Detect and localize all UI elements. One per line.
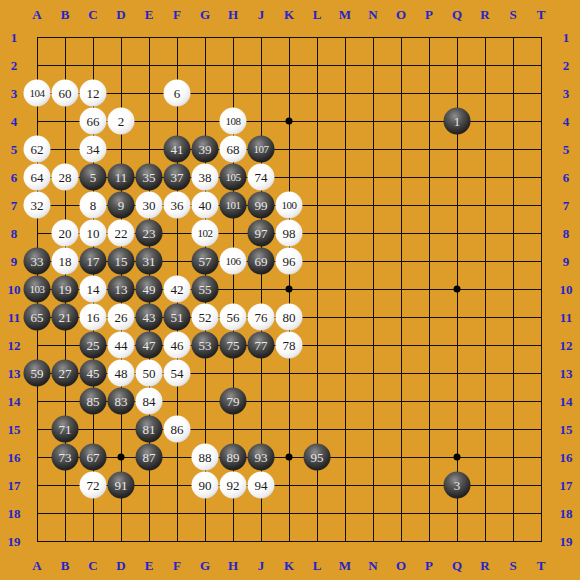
col-label-bottom-F: F — [173, 559, 181, 572]
star-point-K16 — [286, 454, 293, 461]
row-label-right-1: 1 — [563, 31, 570, 44]
stone-black-65-A11[interactable]: 65 — [24, 304, 51, 331]
stone-white-86-F15[interactable]: 86 — [164, 416, 191, 443]
col-label-top-C: C — [88, 8, 97, 21]
row-label-right-11: 11 — [560, 311, 572, 324]
stone-black-41-F5[interactable]: 41 — [164, 136, 191, 163]
stone-black-27-B13[interactable]: 27 — [52, 360, 79, 387]
row-label-right-18: 18 — [560, 507, 573, 520]
row-label-left-9: 9 — [11, 255, 18, 268]
stone-black-5-C6[interactable]: 5 — [80, 164, 107, 191]
stone-black-91-D17[interactable]: 91 — [108, 472, 135, 499]
row-label-left-11: 11 — [8, 311, 20, 324]
stone-white-64-A6[interactable]: 64 — [24, 164, 51, 191]
stone-white-32-A7[interactable]: 32 — [24, 192, 51, 219]
row-label-right-14: 14 — [560, 395, 573, 408]
stone-black-101-H7[interactable]: 101 — [220, 192, 247, 219]
stone-black-53-G12[interactable]: 53 — [192, 332, 219, 359]
stone-white-84-E14[interactable]: 84 — [136, 388, 163, 415]
row-label-right-6: 6 — [563, 171, 570, 184]
col-label-top-S: S — [509, 8, 516, 21]
col-label-top-O: O — [396, 8, 406, 21]
stone-black-107-J5[interactable]: 107 — [248, 136, 275, 163]
stone-black-13-D10[interactable]: 13 — [108, 276, 135, 303]
go-board[interactable]: AA11BB22CC33DD44EE55FF66GG77HH88JJ99KK10… — [0, 0, 580, 580]
col-label-top-N: N — [368, 8, 377, 21]
stone-black-55-G10[interactable]: 55 — [192, 276, 219, 303]
stone-black-21-B11[interactable]: 21 — [52, 304, 79, 331]
stone-white-36-F7[interactable]: 36 — [164, 192, 191, 219]
row-label-left-13: 13 — [8, 367, 21, 380]
col-label-bottom-J: J — [258, 559, 265, 572]
stone-black-89-H16[interactable]: 89 — [220, 444, 247, 471]
row-label-right-19: 19 — [560, 535, 573, 548]
col-label-bottom-G: G — [200, 559, 210, 572]
stone-black-37-F6[interactable]: 37 — [164, 164, 191, 191]
grid-line-vertical — [429, 37, 430, 542]
stone-black-83-D14[interactable]: 83 — [108, 388, 135, 415]
stone-white-90-G17[interactable]: 90 — [192, 472, 219, 499]
col-label-top-A: A — [32, 8, 41, 21]
stone-black-31-E9[interactable]: 31 — [136, 248, 163, 275]
stone-white-96-K9[interactable]: 96 — [276, 248, 303, 275]
row-label-left-5: 5 — [11, 143, 18, 156]
col-label-top-E: E — [145, 8, 154, 21]
stone-white-40-G7[interactable]: 40 — [192, 192, 219, 219]
star-point-K4 — [286, 118, 293, 125]
row-label-right-9: 9 — [563, 255, 570, 268]
stone-black-9-D7[interactable]: 9 — [108, 192, 135, 219]
star-point-Q16 — [454, 454, 461, 461]
stone-white-12-C3[interactable]: 12 — [80, 80, 107, 107]
col-label-top-H: H — [228, 8, 238, 21]
stone-black-15-D9[interactable]: 15 — [108, 248, 135, 275]
grid-line-vertical — [401, 37, 402, 542]
stone-black-39-G5[interactable]: 39 — [192, 136, 219, 163]
row-label-right-7: 7 — [563, 199, 570, 212]
stone-black-17-C9[interactable]: 17 — [80, 248, 107, 275]
stone-black-85-C14[interactable]: 85 — [80, 388, 107, 415]
stone-white-56-H11[interactable]: 56 — [220, 304, 247, 331]
col-label-top-M: M — [339, 8, 351, 21]
col-label-bottom-S: S — [509, 559, 516, 572]
row-label-left-17: 17 — [8, 479, 21, 492]
stone-black-69-J9[interactable]: 69 — [248, 248, 275, 275]
stone-black-33-A9[interactable]: 33 — [24, 248, 51, 275]
row-label-left-4: 4 — [11, 115, 18, 128]
row-label-left-16: 16 — [8, 451, 21, 464]
stone-white-100-K7[interactable]: 100 — [276, 192, 303, 219]
stone-black-73-B16[interactable]: 73 — [52, 444, 79, 471]
stone-white-26-D11[interactable]: 26 — [108, 304, 135, 331]
stone-white-92-H17[interactable]: 92 — [220, 472, 247, 499]
col-label-bottom-R: R — [480, 559, 489, 572]
stone-white-38-G6[interactable]: 38 — [192, 164, 219, 191]
row-label-left-2: 2 — [11, 59, 18, 72]
row-label-right-3: 3 — [563, 87, 570, 100]
stone-black-3-Q17[interactable]: 3 — [444, 472, 471, 499]
col-label-top-P: P — [425, 8, 433, 21]
grid-line-horizontal — [37, 513, 542, 514]
col-label-bottom-A: A — [32, 559, 41, 572]
stone-black-49-E10[interactable]: 49 — [136, 276, 163, 303]
stone-black-95-L16[interactable]: 95 — [304, 444, 331, 471]
stone-white-68-H5[interactable]: 68 — [220, 136, 247, 163]
stone-black-45-C13[interactable]: 45 — [80, 360, 107, 387]
stone-white-42-F10[interactable]: 42 — [164, 276, 191, 303]
stone-white-66-C4[interactable]: 66 — [80, 108, 107, 135]
stone-black-19-B10[interactable]: 19 — [52, 276, 79, 303]
stone-white-76-J11[interactable]: 76 — [248, 304, 275, 331]
row-label-right-13: 13 — [560, 367, 573, 380]
col-label-bottom-C: C — [88, 559, 97, 572]
grid-line-vertical — [513, 37, 514, 542]
stone-white-98-K8[interactable]: 98 — [276, 220, 303, 247]
stone-black-79-H14[interactable]: 79 — [220, 388, 247, 415]
stone-black-105-H6[interactable]: 105 — [220, 164, 247, 191]
stone-black-47-E12[interactable]: 47 — [136, 332, 163, 359]
stone-black-57-G9[interactable]: 57 — [192, 248, 219, 275]
row-label-right-4: 4 — [563, 115, 570, 128]
stone-white-10-C8[interactable]: 10 — [80, 220, 107, 247]
stone-black-1-Q4[interactable]: 1 — [444, 108, 471, 135]
stone-black-51-F11[interactable]: 51 — [164, 304, 191, 331]
row-label-left-3: 3 — [11, 87, 18, 100]
row-label-left-14: 14 — [8, 395, 21, 408]
col-label-top-T: T — [537, 8, 546, 21]
stone-white-30-E7[interactable]: 30 — [136, 192, 163, 219]
stone-black-99-J7[interactable]: 99 — [248, 192, 275, 219]
stone-black-103-A10[interactable]: 103 — [24, 276, 51, 303]
stone-white-52-G11[interactable]: 52 — [192, 304, 219, 331]
stone-white-48-D13[interactable]: 48 — [108, 360, 135, 387]
col-label-top-B: B — [61, 8, 70, 21]
col-label-bottom-Q: Q — [452, 559, 462, 572]
stone-white-28-B6[interactable]: 28 — [52, 164, 79, 191]
stone-white-62-A5[interactable]: 62 — [24, 136, 51, 163]
stone-white-72-C17[interactable]: 72 — [80, 472, 107, 499]
stone-black-67-C16[interactable]: 67 — [80, 444, 107, 471]
grid-line-horizontal — [37, 429, 542, 430]
stone-black-59-A13[interactable]: 59 — [24, 360, 51, 387]
stone-white-108-H4[interactable]: 108 — [220, 108, 247, 135]
col-label-bottom-E: E — [145, 559, 154, 572]
col-label-bottom-N: N — [368, 559, 377, 572]
row-label-left-1: 1 — [11, 31, 18, 44]
stone-black-97-J8[interactable]: 97 — [248, 220, 275, 247]
col-label-bottom-O: O — [396, 559, 406, 572]
stone-black-77-J12[interactable]: 77 — [248, 332, 275, 359]
stone-white-16-C11[interactable]: 16 — [80, 304, 107, 331]
row-label-right-15: 15 — [560, 423, 573, 436]
grid-line-vertical — [373, 37, 374, 542]
row-label-left-15: 15 — [8, 423, 21, 436]
star-point-K10 — [286, 286, 293, 293]
stone-white-8-C7[interactable]: 8 — [80, 192, 107, 219]
stone-white-6-F3[interactable]: 6 — [164, 80, 191, 107]
stone-black-23-E8[interactable]: 23 — [136, 220, 163, 247]
stone-white-50-E13[interactable]: 50 — [136, 360, 163, 387]
col-label-top-D: D — [116, 8, 125, 21]
stone-white-94-J17[interactable]: 94 — [248, 472, 275, 499]
col-label-top-F: F — [173, 8, 181, 21]
stone-white-44-D12[interactable]: 44 — [108, 332, 135, 359]
row-label-left-8: 8 — [11, 227, 18, 240]
stone-white-2-D4[interactable]: 2 — [108, 108, 135, 135]
stone-black-81-E15[interactable]: 81 — [136, 416, 163, 443]
stone-white-80-K11[interactable]: 80 — [276, 304, 303, 331]
stone-black-75-H12[interactable]: 75 — [220, 332, 247, 359]
star-point-Q10 — [454, 286, 461, 293]
col-label-bottom-B: B — [61, 559, 70, 572]
stone-white-46-F12[interactable]: 46 — [164, 332, 191, 359]
row-label-left-19: 19 — [8, 535, 21, 548]
col-label-bottom-P: P — [425, 559, 433, 572]
grid-line-vertical — [541, 37, 542, 542]
col-label-top-R: R — [480, 8, 489, 21]
stone-black-25-C12[interactable]: 25 — [80, 332, 107, 359]
row-label-right-16: 16 — [560, 451, 573, 464]
row-label-right-2: 2 — [563, 59, 570, 72]
stone-white-14-C10[interactable]: 14 — [80, 276, 107, 303]
col-label-bottom-K: K — [284, 559, 294, 572]
grid-line-vertical — [485, 37, 486, 542]
row-label-left-6: 6 — [11, 171, 18, 184]
col-label-top-K: K — [284, 8, 294, 21]
col-label-bottom-L: L — [313, 559, 322, 572]
stone-white-74-J6[interactable]: 74 — [248, 164, 275, 191]
col-label-top-L: L — [313, 8, 322, 21]
grid-line-vertical — [345, 37, 346, 542]
stone-white-104-A3[interactable]: 104 — [24, 80, 51, 107]
row-label-right-10: 10 — [560, 283, 573, 296]
row-label-left-12: 12 — [8, 339, 21, 352]
row-label-left-7: 7 — [11, 199, 18, 212]
stone-white-78-K12[interactable]: 78 — [276, 332, 303, 359]
col-label-bottom-H: H — [228, 559, 238, 572]
stone-white-60-B3[interactable]: 60 — [52, 80, 79, 107]
col-label-top-G: G — [200, 8, 210, 21]
stone-black-43-E11[interactable]: 43 — [136, 304, 163, 331]
stone-white-20-B8[interactable]: 20 — [52, 220, 79, 247]
star-point-D16 — [118, 454, 125, 461]
stone-black-87-E16[interactable]: 87 — [136, 444, 163, 471]
stone-white-22-D8[interactable]: 22 — [108, 220, 135, 247]
row-label-right-5: 5 — [563, 143, 570, 156]
col-label-top-Q: Q — [452, 8, 462, 21]
stone-black-35-E6[interactable]: 35 — [136, 164, 163, 191]
col-label-bottom-D: D — [116, 559, 125, 572]
stone-black-71-B15[interactable]: 71 — [52, 416, 79, 443]
col-label-top-J: J — [258, 8, 265, 21]
row-label-left-18: 18 — [8, 507, 21, 520]
row-label-right-17: 17 — [560, 479, 573, 492]
row-label-right-12: 12 — [560, 339, 573, 352]
grid-line-horizontal — [37, 541, 542, 542]
col-label-bottom-T: T — [537, 559, 546, 572]
stone-white-102-G8[interactable]: 102 — [192, 220, 219, 247]
stone-black-11-D6[interactable]: 11 — [108, 164, 135, 191]
stone-black-93-J16[interactable]: 93 — [248, 444, 275, 471]
stone-white-18-B9[interactable]: 18 — [52, 248, 79, 275]
row-label-right-8: 8 — [563, 227, 570, 240]
stone-white-54-F13[interactable]: 54 — [164, 360, 191, 387]
col-label-bottom-M: M — [339, 559, 351, 572]
row-label-left-10: 10 — [8, 283, 21, 296]
stone-white-34-C5[interactable]: 34 — [80, 136, 107, 163]
stone-white-88-G16[interactable]: 88 — [192, 444, 219, 471]
stone-white-106-H9[interactable]: 106 — [220, 248, 247, 275]
